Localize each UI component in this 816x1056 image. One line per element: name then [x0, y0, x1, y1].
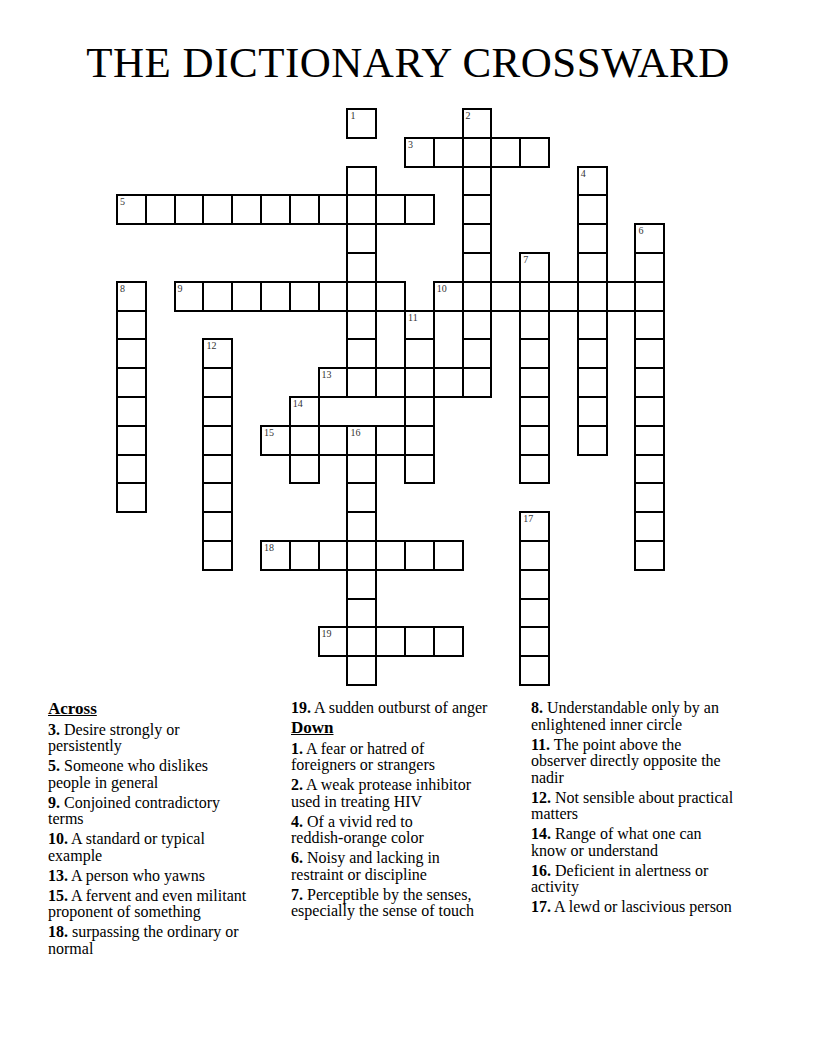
grid-cell[interactable]	[116, 396, 147, 427]
clue-number: 10.	[48, 830, 68, 847]
grid-cell[interactable]	[202, 511, 233, 542]
clue-2-down: 2. A weak protease inhibitor used in tre…	[291, 777, 527, 810]
cell-number: 7	[523, 254, 528, 265]
grid-cell[interactable]	[346, 310, 377, 341]
grid-cell[interactable]	[375, 425, 406, 456]
cell-number: 8	[120, 283, 125, 294]
clue-number: 4.	[291, 813, 303, 830]
grid-cell[interactable]	[577, 223, 608, 254]
grid-cell[interactable]	[202, 194, 233, 225]
grid-cell[interactable]	[289, 281, 320, 312]
grid-cell[interactable]	[145, 194, 176, 225]
clues-column-3: 8. Understandable only by an enlightened…	[531, 700, 773, 919]
grid-cell[interactable]: 15	[260, 425, 291, 456]
clue-number: 13.	[48, 867, 68, 884]
grid-cell[interactable]	[462, 310, 493, 341]
clue-5-across: 5. Someone who dislikes people in genera…	[48, 758, 288, 791]
clue-11-down: 11. The point above the observer directl…	[531, 737, 773, 787]
grid-cell[interactable]: 6	[634, 223, 665, 254]
clue-number: 18.	[48, 923, 68, 940]
grid-cell[interactable]: 16	[346, 425, 377, 456]
grid-cell[interactable]	[548, 281, 579, 312]
grid-cell[interactable]	[202, 281, 233, 312]
grid-cell[interactable]	[202, 540, 233, 571]
clues-column-2: 19. A sudden outburst of angerDown1. A f…	[291, 700, 527, 923]
grid-cell[interactable]	[519, 598, 550, 629]
grid-cell[interactable]: 4	[577, 166, 608, 197]
crossword-grid: 12345678910111213141516171819	[117, 109, 665, 686]
cell-number: 2	[466, 110, 471, 121]
grid-cell[interactable]	[634, 540, 665, 571]
grid-cell[interactable]	[404, 194, 435, 225]
grid-cell[interactable]	[634, 511, 665, 542]
clue-number: 12.	[531, 789, 551, 806]
grid-cell[interactable]	[634, 310, 665, 341]
grid-cell[interactable]	[519, 425, 550, 456]
grid-cell[interactable]	[577, 281, 608, 312]
grid-cell[interactable]	[116, 338, 147, 369]
cell-number: 1	[350, 110, 355, 121]
cell-number: 17	[523, 513, 533, 524]
grid-cell[interactable]	[404, 626, 435, 657]
clues-column-1: Across3. Desire strongly or persistently…	[48, 700, 288, 961]
grid-cell[interactable]	[375, 626, 406, 657]
clue-number: 16.	[531, 862, 551, 879]
grid-cell[interactable]	[433, 540, 464, 571]
clue-number: 6.	[291, 849, 303, 866]
grid-cell[interactable]	[519, 569, 550, 600]
clue-14-down: 14. Range of what one can know or unders…	[531, 826, 773, 859]
grid-cell[interactable]	[634, 281, 665, 312]
grid-cell[interactable]	[577, 396, 608, 427]
grid-cell[interactable]	[490, 281, 521, 312]
clue-number: 14.	[531, 825, 551, 842]
grid-cell[interactable]	[519, 396, 550, 427]
grid-cell[interactable]	[519, 338, 550, 369]
grid-cell[interactable]	[346, 166, 377, 197]
clue-number: 7.	[291, 886, 303, 903]
grid-cell[interactable]	[375, 540, 406, 571]
cell-number: 3	[408, 139, 413, 150]
grid-cell[interactable]	[577, 194, 608, 225]
grid-cell[interactable]	[519, 540, 550, 571]
grid-cell[interactable]	[490, 137, 521, 168]
grid-cell[interactable]	[433, 367, 464, 398]
grid-cell[interactable]	[202, 367, 233, 398]
grid-cell[interactable]	[519, 454, 550, 485]
clue-number: 9.	[48, 794, 60, 811]
grid-cell[interactable]	[289, 454, 320, 485]
grid-cell[interactable]	[116, 310, 147, 341]
grid-cell[interactable]	[462, 338, 493, 369]
down-header: Down	[291, 720, 527, 737]
grid-cell[interactable]	[346, 338, 377, 369]
cell-number: 6	[638, 225, 643, 236]
grid-cell[interactable]	[116, 425, 147, 456]
grid-cell[interactable]: 8	[116, 281, 147, 312]
grid-cell[interactable]	[174, 194, 205, 225]
grid-cell[interactable]	[202, 425, 233, 456]
clue-10-across: 10. A standard or typical example	[48, 831, 288, 864]
grid-cell[interactable]	[231, 281, 262, 312]
grid-cell[interactable]	[346, 454, 377, 485]
across-header: Across	[48, 701, 288, 718]
grid-cell[interactable]	[346, 598, 377, 629]
grid-cell[interactable]	[634, 482, 665, 513]
grid-cell[interactable]	[519, 626, 550, 657]
grid-cell[interactable]: 10	[433, 281, 464, 312]
grid-cell[interactable]	[116, 367, 147, 398]
clue-4-down: 4. Of a vivid red to reddish-orange colo…	[291, 814, 527, 847]
grid-cell[interactable]	[346, 655, 377, 686]
grid-cell[interactable]: 13	[318, 367, 349, 398]
grid-cell[interactable]	[346, 194, 377, 225]
grid-cell[interactable]	[577, 338, 608, 369]
grid-cell[interactable]: 3	[404, 137, 435, 168]
cell-number: 19	[322, 628, 332, 639]
grid-cell[interactable]	[462, 252, 493, 283]
page-title: THE DICTIONARY CROSSWARD	[0, 38, 816, 87]
cell-number: 10	[437, 283, 447, 294]
grid-cell[interactable]	[577, 367, 608, 398]
grid-cell[interactable]	[346, 482, 377, 513]
cell-number: 15	[264, 427, 274, 438]
grid-cell[interactable]	[519, 137, 550, 168]
cell-number: 14	[293, 398, 303, 409]
grid-cell[interactable]	[202, 454, 233, 485]
grid-cell[interactable]	[462, 281, 493, 312]
clue-17-down: 17. A lewd or lascivious person	[531, 899, 773, 916]
clue-8-down: 8. Understandable only by an enlightened…	[531, 700, 773, 733]
grid-cell[interactable]	[519, 367, 550, 398]
clue-12-down: 12. Not sensible about practical matters	[531, 790, 773, 823]
grid-cell[interactable]	[346, 223, 377, 254]
grid-cell[interactable]	[346, 367, 377, 398]
grid-cell[interactable]: 1	[346, 108, 377, 139]
grid-cell[interactable]	[433, 626, 464, 657]
grid-cell[interactable]: 9	[174, 281, 205, 312]
clue-3-across: 3. Desire strongly or persistently	[48, 722, 288, 755]
grid-cell[interactable]	[318, 194, 349, 225]
grid-cell[interactable]	[346, 281, 377, 312]
clue-13-across: 13. A person who yawns	[48, 868, 288, 885]
grid-cell[interactable]	[346, 252, 377, 283]
grid-cell[interactable]	[375, 194, 406, 225]
clue-19-across: 19. A sudden outburst of anger	[291, 700, 527, 717]
grid-cell[interactable]	[462, 137, 493, 168]
clue-number: 19.	[291, 699, 311, 716]
grid-cell[interactable]	[462, 194, 493, 225]
grid-cell[interactable]	[289, 194, 320, 225]
clue-7-down: 7. Perceptible by the senses, especially…	[291, 887, 527, 920]
grid-cell[interactable]	[404, 425, 435, 456]
grid-cell[interactable]	[289, 425, 320, 456]
clue-9-across: 9. Conjoined contradictory terms	[48, 795, 288, 828]
grid-cell[interactable]	[346, 511, 377, 542]
grid-cell[interactable]	[577, 252, 608, 283]
grid-cell[interactable]	[346, 569, 377, 600]
cell-number: 5	[120, 196, 125, 207]
clue-15-across: 15. A fervent and even militant proponen…	[48, 888, 288, 921]
grid-cell[interactable]	[462, 223, 493, 254]
grid-cell[interactable]	[202, 482, 233, 513]
clue-number: 17.	[531, 898, 551, 915]
grid-cell[interactable]	[404, 338, 435, 369]
grid-cell[interactable]: 17	[519, 511, 550, 542]
clue-number: 11.	[531, 736, 550, 753]
clue-number: 2.	[291, 776, 303, 793]
grid-cell[interactable]	[634, 454, 665, 485]
grid-cell[interactable]: 18	[260, 540, 291, 571]
grid-cell[interactable]	[634, 338, 665, 369]
grid-cell[interactable]	[606, 281, 637, 312]
grid-cell[interactable]	[231, 194, 262, 225]
grid-cell[interactable]	[318, 540, 349, 571]
grid-cell[interactable]	[260, 281, 291, 312]
grid-cell[interactable]	[433, 137, 464, 168]
grid-cell[interactable]	[519, 655, 550, 686]
grid-cell[interactable]	[318, 425, 349, 456]
grid-cell[interactable]	[346, 540, 377, 571]
clue-number: 1.	[291, 740, 303, 757]
grid-cell[interactable]	[519, 281, 550, 312]
grid-cell[interactable]	[116, 482, 147, 513]
cell-number: 4	[581, 168, 586, 179]
grid-cell[interactable]	[289, 540, 320, 571]
grid-cell[interactable]: 14	[289, 396, 320, 427]
clue-18-across: 18. surpassing the ordinary or normal	[48, 924, 288, 957]
cell-number: 9	[178, 283, 183, 294]
grid-cell[interactable]	[260, 194, 291, 225]
clue-16-down: 16. Deficient in alertness or activity	[531, 863, 773, 896]
grid-cell[interactable]	[375, 281, 406, 312]
grid-cell[interactable]	[462, 367, 493, 398]
grid-cell[interactable]: 19	[318, 626, 349, 657]
grid-cell[interactable]	[519, 310, 550, 341]
clue-6-down: 6. Noisy and lacking in restraint or dis…	[291, 850, 527, 883]
grid-cell[interactable]	[634, 396, 665, 427]
grid-cell[interactable]	[404, 367, 435, 398]
grid-cell[interactable]	[404, 454, 435, 485]
grid-cell[interactable]	[202, 396, 233, 427]
clue-number: 15.	[48, 887, 68, 904]
grid-cell[interactable]: 11	[404, 310, 435, 341]
clue-number: 3.	[48, 721, 60, 738]
grid-cell[interactable]: 12	[202, 338, 233, 369]
grid-cell[interactable]	[404, 540, 435, 571]
clue-number: 8.	[531, 699, 543, 716]
cell-number: 11	[408, 312, 418, 323]
clue-number: 5.	[48, 757, 60, 774]
grid-cell[interactable]	[577, 425, 608, 456]
grid-cell[interactable]	[577, 310, 608, 341]
grid-cell[interactable]	[375, 367, 406, 398]
grid-cell[interactable]	[634, 425, 665, 456]
cell-number: 16	[350, 427, 360, 438]
grid-cell[interactable]	[404, 396, 435, 427]
clue-1-down: 1. A fear or hatred of foreigners or str…	[291, 741, 527, 774]
grid-cell[interactable]	[318, 281, 349, 312]
grid-cell[interactable]	[634, 367, 665, 398]
grid-cell[interactable]: 2	[462, 108, 493, 139]
grid-cell[interactable]: 5	[116, 194, 147, 225]
grid-cell[interactable]: 7	[519, 252, 550, 283]
grid-cell[interactable]	[116, 454, 147, 485]
cell-number: 12	[206, 340, 216, 351]
cell-number: 18	[264, 542, 274, 553]
grid-cell[interactable]	[462, 166, 493, 197]
grid-cell[interactable]	[346, 626, 377, 657]
cell-number: 13	[322, 369, 332, 380]
grid-cell[interactable]	[634, 252, 665, 283]
